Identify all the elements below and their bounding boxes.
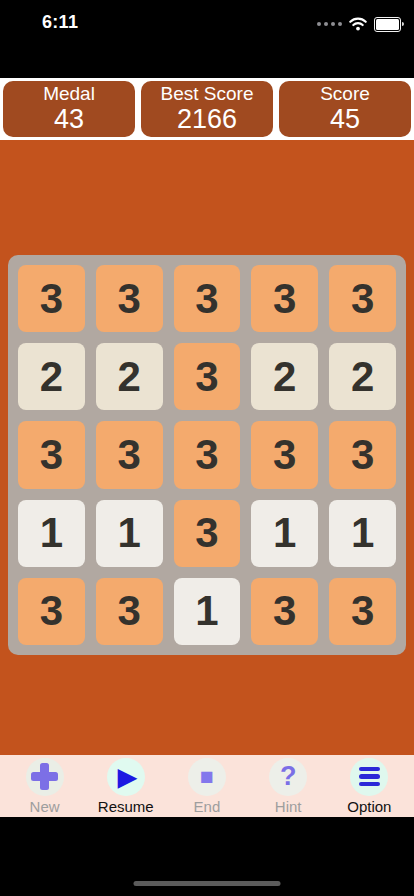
stop-icon: ■ bbox=[200, 765, 214, 788]
score-box-best-score: Best Score2166 bbox=[141, 81, 273, 137]
tile-r3c2[interactable]: 3 bbox=[96, 421, 163, 488]
tile-r4c5[interactable]: 1 bbox=[329, 500, 396, 567]
score-label-score: Score bbox=[320, 84, 370, 105]
app-screen: 6:11 Medal43Best Score2166Score45 333332… bbox=[0, 0, 414, 896]
tile-r1c2[interactable]: 3 bbox=[96, 265, 163, 332]
home-bar-area bbox=[0, 817, 414, 896]
menu-icon-circle bbox=[350, 758, 388, 796]
score-label-best-score: Best Score bbox=[161, 84, 254, 105]
tile-r4c2[interactable]: 1 bbox=[96, 500, 163, 567]
tile-r4c3[interactable]: 3 bbox=[174, 500, 241, 567]
toolbar-button-new[interactable]: New bbox=[8, 758, 82, 815]
score-box-score: Score45 bbox=[279, 81, 411, 137]
tile-r2c2[interactable]: 2 bbox=[96, 343, 163, 410]
game-board: 3333322322333331131133133 bbox=[8, 255, 406, 655]
toolbar-label-option: Option bbox=[347, 798, 391, 815]
scoreboard: Medal43Best Score2166Score45 bbox=[0, 78, 414, 140]
status-bar: 6:11 bbox=[0, 0, 414, 78]
tile-r2c1[interactable]: 2 bbox=[18, 343, 85, 410]
tile-r1c3[interactable]: 3 bbox=[174, 265, 241, 332]
tile-r1c5[interactable]: 3 bbox=[329, 265, 396, 332]
toolbar-button-resume[interactable]: ▶Resume bbox=[89, 758, 163, 815]
stop-icon-circle: ■ bbox=[188, 758, 226, 796]
play-icon-circle: ▶ bbox=[107, 758, 145, 796]
score-value-score: 45 bbox=[330, 105, 360, 134]
battery-icon bbox=[374, 17, 404, 32]
toolbar-button-hint[interactable]: ?Hint bbox=[251, 758, 325, 815]
tile-r4c4[interactable]: 1 bbox=[251, 500, 318, 567]
score-value-best-score: 2166 bbox=[177, 105, 237, 134]
home-indicator[interactable] bbox=[134, 881, 281, 886]
tile-r4c1[interactable]: 1 bbox=[18, 500, 85, 567]
plus-icon bbox=[31, 763, 58, 790]
tile-r5c5[interactable]: 3 bbox=[329, 578, 396, 645]
tile-r1c1[interactable]: 3 bbox=[18, 265, 85, 332]
toolbar-button-end[interactable]: ■End bbox=[170, 758, 244, 815]
toolbar-button-option[interactable]: Option bbox=[332, 758, 406, 815]
tile-r2c5[interactable]: 2 bbox=[329, 343, 396, 410]
status-icons bbox=[317, 15, 404, 33]
tile-r3c4[interactable]: 3 bbox=[251, 421, 318, 488]
tile-r5c4[interactable]: 3 bbox=[251, 578, 318, 645]
score-box-medal: Medal43 bbox=[3, 81, 135, 137]
status-time: 6:11 bbox=[42, 12, 78, 33]
tile-r2c4[interactable]: 2 bbox=[251, 343, 318, 410]
tile-r3c5[interactable]: 3 bbox=[329, 421, 396, 488]
toolbar-label-hint: Hint bbox=[275, 798, 302, 815]
tile-r5c1[interactable]: 3 bbox=[18, 578, 85, 645]
wifi-icon bbox=[349, 17, 367, 31]
toolbar-label-new: New bbox=[30, 798, 60, 815]
question-icon: ? bbox=[280, 763, 297, 790]
toolbar-label-resume: Resume bbox=[98, 798, 154, 815]
tile-r5c2[interactable]: 3 bbox=[96, 578, 163, 645]
tile-r3c3[interactable]: 3 bbox=[174, 421, 241, 488]
tile-r1c4[interactable]: 3 bbox=[251, 265, 318, 332]
tile-r2c3[interactable]: 3 bbox=[174, 343, 241, 410]
cellular-signal-icon bbox=[317, 22, 342, 26]
score-label-medal: Medal bbox=[43, 84, 95, 105]
toolbar-label-end: End bbox=[194, 798, 221, 815]
toolbar: New▶Resume■End?HintOption bbox=[0, 755, 414, 817]
play-icon: ▶ bbox=[115, 765, 136, 789]
tile-r3c1[interactable]: 3 bbox=[18, 421, 85, 488]
plus-icon-circle bbox=[26, 758, 64, 796]
score-value-medal: 43 bbox=[54, 105, 84, 134]
menu-icon bbox=[359, 767, 380, 787]
tile-r5c3[interactable]: 1 bbox=[174, 578, 241, 645]
question-icon-circle: ? bbox=[269, 758, 307, 796]
